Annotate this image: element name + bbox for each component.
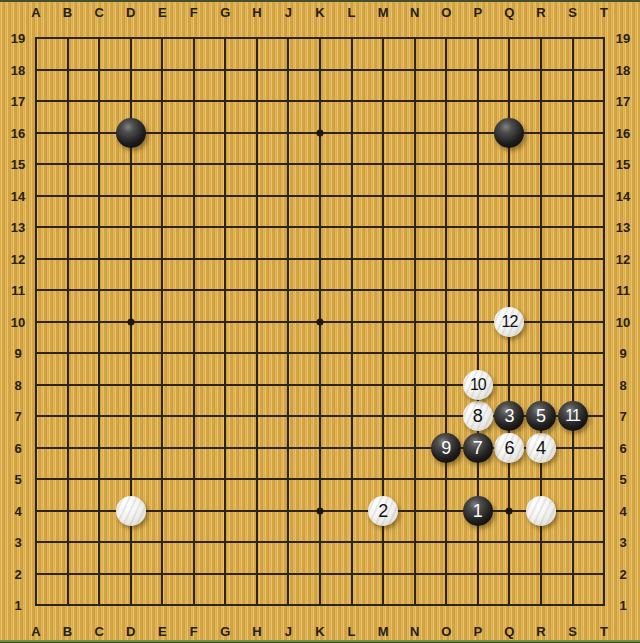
top-edge-strip: [0, 0, 640, 2]
grid-line-horizontal: [35, 604, 605, 606]
row-label-right: 8: [619, 378, 626, 391]
star-point: [317, 129, 324, 136]
black-stone: 11: [558, 401, 588, 431]
move-number: 4: [536, 439, 546, 457]
white-stone: 10: [463, 370, 493, 400]
grid-line-horizontal: [35, 69, 605, 71]
move-number: 6: [504, 439, 514, 457]
column-label-top: C: [94, 6, 103, 19]
grid-line-horizontal: [35, 37, 605, 39]
column-label-top: T: [600, 6, 608, 19]
move-number: 12: [501, 314, 517, 330]
row-label-left: 9: [14, 347, 21, 360]
row-label-left: 5: [14, 473, 21, 486]
white-stone: 2: [368, 496, 398, 526]
column-label-top: O: [441, 6, 451, 19]
column-label-top: E: [158, 6, 167, 19]
black-stone: [494, 118, 524, 148]
row-label-right: 15: [616, 158, 630, 171]
column-label-bottom: E: [158, 625, 167, 638]
move-number: 8: [473, 407, 483, 425]
column-label-bottom: G: [220, 625, 230, 638]
row-label-left: 11: [11, 284, 25, 297]
column-label-bottom: F: [190, 625, 198, 638]
row-label-left: 4: [14, 504, 21, 517]
move-number: 3: [504, 407, 514, 425]
column-label-bottom: C: [94, 625, 103, 638]
move-number: 2: [378, 502, 388, 520]
row-label-right: 1: [619, 599, 626, 612]
column-label-top: J: [285, 6, 292, 19]
row-label-right: 5: [619, 473, 626, 486]
grid-line-horizontal: [35, 289, 605, 291]
column-label-bottom: P: [473, 625, 482, 638]
column-label-bottom: T: [600, 625, 608, 638]
white-stone: 12: [494, 307, 524, 337]
move-number: 10: [470, 377, 486, 393]
grid-line-horizontal: [35, 226, 605, 228]
row-label-left: 19: [11, 32, 25, 45]
column-label-top: S: [568, 6, 577, 19]
row-label-left: 2: [14, 567, 21, 580]
black-stone: 5: [526, 401, 556, 431]
row-label-right: 6: [619, 441, 626, 454]
black-stone: 3: [494, 401, 524, 431]
column-label-bottom: K: [315, 625, 324, 638]
row-label-right: 3: [619, 536, 626, 549]
row-label-right: 17: [616, 95, 630, 108]
column-label-top: G: [220, 6, 230, 19]
column-label-bottom: H: [252, 625, 261, 638]
black-stone: 9: [431, 433, 461, 463]
column-label-bottom: S: [568, 625, 577, 638]
row-label-right: 10: [616, 315, 630, 328]
black-stone: [116, 118, 146, 148]
row-label-right: 4: [619, 504, 626, 517]
column-label-top: L: [348, 6, 356, 19]
row-label-left: 7: [14, 410, 21, 423]
column-label-top: F: [190, 6, 198, 19]
column-label-top: D: [126, 6, 135, 19]
row-label-left: 15: [11, 158, 25, 171]
row-label-right: 14: [616, 189, 630, 202]
star-point: [317, 318, 324, 325]
move-number: 5: [536, 407, 546, 425]
column-label-top: Q: [504, 6, 514, 19]
row-label-left: 18: [11, 63, 25, 76]
row-label-right: 7: [619, 410, 626, 423]
column-label-top: H: [252, 6, 261, 19]
column-label-top: B: [63, 6, 72, 19]
row-label-left: 12: [11, 252, 25, 265]
grid-line-horizontal: [35, 384, 605, 386]
white-stone: [526, 496, 556, 526]
column-label-top: A: [31, 6, 40, 19]
grid-line-horizontal: [35, 541, 605, 543]
row-label-right: 16: [616, 126, 630, 139]
white-stone: 8: [463, 401, 493, 431]
grid-line-horizontal: [35, 100, 605, 102]
row-label-left: 8: [14, 378, 21, 391]
black-stone: 1: [463, 496, 493, 526]
column-label-bottom: Q: [504, 625, 514, 638]
row-label-left: 6: [14, 441, 21, 454]
row-label-left: 17: [11, 95, 25, 108]
white-stone: 6: [494, 433, 524, 463]
grid-line-horizontal: [35, 195, 605, 197]
star-point: [317, 507, 324, 514]
column-label-bottom: M: [378, 625, 389, 638]
row-label-left: 14: [11, 189, 25, 202]
column-label-bottom: D: [126, 625, 135, 638]
column-label-bottom: B: [63, 625, 72, 638]
column-label-bottom: J: [285, 625, 292, 638]
column-label-bottom: N: [410, 625, 419, 638]
grid-line-horizontal: [35, 352, 605, 354]
row-label-right: 2: [619, 567, 626, 580]
move-number: 1: [473, 502, 483, 520]
grid-line-horizontal: [35, 478, 605, 480]
row-label-right: 13: [616, 221, 630, 234]
column-label-top: P: [473, 6, 482, 19]
row-label-right: 12: [616, 252, 630, 265]
column-label-top: N: [410, 6, 419, 19]
row-label-left: 16: [11, 126, 25, 139]
white-stone: [116, 496, 146, 526]
row-label-right: 11: [616, 284, 630, 297]
grid-line-horizontal: [35, 573, 605, 575]
column-label-top: M: [378, 6, 389, 19]
grid-line-horizontal: [35, 163, 605, 165]
column-label-bottom: A: [31, 625, 40, 638]
column-label-top: R: [536, 6, 545, 19]
column-label-top: K: [315, 6, 324, 19]
star-point: [127, 318, 134, 325]
row-label-left: 10: [11, 315, 25, 328]
go-board-diagram: AABBCCDDEEFFGGHHJJKKLLMMNNOOPPQQRRSSTT19…: [0, 0, 640, 643]
row-label-right: 9: [619, 347, 626, 360]
move-number: 11: [565, 408, 580, 424]
star-point: [506, 507, 513, 514]
row-label-left: 13: [11, 221, 25, 234]
white-stone: 4: [526, 433, 556, 463]
row-label-left: 1: [14, 599, 21, 612]
column-label-bottom: R: [536, 625, 545, 638]
column-label-bottom: L: [348, 625, 356, 638]
row-label-right: 18: [616, 63, 630, 76]
move-number: 9: [441, 439, 451, 457]
column-label-bottom: O: [441, 625, 451, 638]
grid-line-horizontal: [35, 258, 605, 260]
row-label-right: 19: [616, 32, 630, 45]
move-number: 7: [473, 439, 483, 457]
black-stone: 7: [463, 433, 493, 463]
row-label-left: 3: [14, 536, 21, 549]
